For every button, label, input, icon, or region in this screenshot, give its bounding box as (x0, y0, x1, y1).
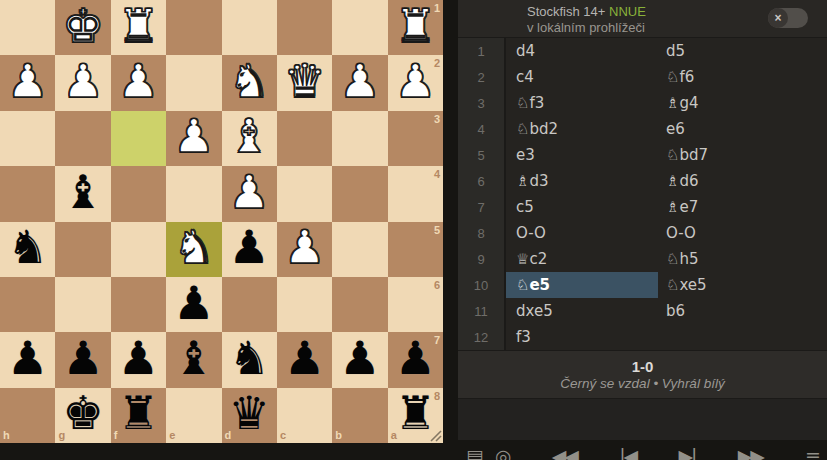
move-number: 11 (458, 298, 506, 324)
square-e4[interactable] (166, 166, 221, 221)
white-knight[interactable]: ♞ (229, 58, 270, 104)
square-h6[interactable] (0, 277, 55, 332)
analysis-panel: Stockfish 14+ NNUE v lokálním prohlížeči… (458, 0, 827, 440)
rank-label-1: 1 (434, 3, 440, 14)
move-number: 9 (458, 246, 506, 272)
black-king[interactable]: ♚ (62, 390, 103, 436)
white-knight[interactable]: ♞ (173, 224, 214, 270)
rank-label-6: 6 (434, 280, 440, 291)
move-white-3[interactable]: ♘f3 (506, 90, 658, 116)
engine-nnue-badge: NNUE (609, 4, 646, 19)
square-a3[interactable]: 3 (388, 111, 443, 166)
engine-header: Stockfish 14+ NNUE v lokálním prohlížeči… (458, 0, 827, 38)
white-pawn[interactable]: ♟ (62, 58, 103, 104)
result-status: Černý se vzdal • Vyhrál bílý (560, 376, 724, 391)
black-bishop[interactable]: ♝ (62, 169, 103, 215)
fast-forward-icon[interactable]: ▶▶ (738, 447, 763, 460)
square-d1[interactable] (222, 0, 277, 55)
move-number: 2 (458, 64, 506, 90)
rewind-icon[interactable]: ◀◀ (552, 447, 577, 460)
move-black-5[interactable]: ♘bd7 (658, 142, 827, 168)
black-bishop[interactable]: ♝ (173, 335, 214, 381)
square-g7[interactable]: ♟ (55, 332, 110, 387)
move-black-6[interactable]: ♗d6 (658, 168, 827, 194)
move-white-10[interactable]: ♘e5 (506, 272, 658, 298)
square-h1[interactable] (0, 0, 55, 55)
file-label-h: h (3, 430, 10, 441)
square-a2[interactable]: ♟2 (388, 55, 443, 110)
square-d3[interactable]: ♝ (222, 111, 277, 166)
square-f8[interactable]: ♜f (111, 388, 166, 443)
white-rook[interactable]: ♜ (395, 3, 436, 49)
close-icon: × (768, 8, 788, 28)
move-black-8[interactable]: O-O (658, 220, 827, 246)
engine-toggle[interactable]: × (768, 8, 808, 28)
engine-title-text: Stockfish 14+ (527, 4, 605, 19)
move-white-6[interactable]: ♗d3 (506, 168, 658, 194)
square-e6[interactable]: ♟ (166, 277, 221, 332)
square-h4[interactable] (0, 166, 55, 221)
white-bishop[interactable]: ♝ (229, 113, 270, 159)
square-g6[interactable] (55, 277, 110, 332)
white-pawn[interactable]: ♟ (284, 224, 325, 270)
square-b5[interactable] (332, 222, 387, 277)
square-g4[interactable]: ♝ (55, 166, 110, 221)
black-knight[interactable]: ♞ (7, 224, 48, 270)
move-white-2[interactable]: c4 (506, 64, 658, 90)
square-b6[interactable] (332, 277, 387, 332)
move-black-3[interactable]: ♗g4 (658, 90, 827, 116)
black-pawn[interactable]: ♟ (284, 335, 325, 381)
square-c6[interactable] (277, 277, 332, 332)
move-black-7[interactable]: ♗e7 (658, 194, 827, 220)
file-label-c: c (280, 430, 286, 441)
move-black-4[interactable]: e6 (658, 116, 827, 142)
step-forward-icon[interactable]: ▶| (678, 447, 695, 460)
board-editor-icon[interactable]: ▤ (466, 447, 482, 460)
square-b2[interactable]: ♟ (332, 55, 387, 110)
square-b8[interactable]: b (332, 388, 387, 443)
square-c4[interactable] (277, 166, 332, 221)
square-e1[interactable] (166, 0, 221, 55)
move-black-10[interactable]: ♘xe5 (658, 272, 827, 298)
move-number: 3 (458, 90, 506, 116)
move-number: 1 (458, 38, 506, 64)
square-f6[interactable] (111, 277, 166, 332)
black-knight[interactable]: ♞ (229, 335, 270, 381)
square-h5[interactable]: ♞ (0, 222, 55, 277)
square-f4[interactable] (111, 166, 166, 221)
square-d6[interactable] (222, 277, 277, 332)
move-white-9[interactable]: ♕c2 (506, 246, 658, 272)
square-a6[interactable]: 6 (388, 277, 443, 332)
square-g8[interactable]: ♚g (55, 388, 110, 443)
square-e5[interactable]: ♞ (166, 222, 221, 277)
square-a1[interactable]: ♜1 (388, 0, 443, 55)
rank-label-8: 8 (434, 391, 440, 402)
square-f1[interactable]: ♜ (111, 0, 166, 55)
move-number: 6 (458, 168, 506, 194)
white-pawn[interactable]: ♟ (173, 113, 214, 159)
square-b1[interactable] (332, 0, 387, 55)
move-white-4[interactable]: ♘bd2 (506, 116, 658, 142)
black-queen[interactable]: ♛ (229, 390, 270, 436)
white-pawn[interactable]: ♟ (395, 58, 436, 104)
move-white-5[interactable]: e3 (506, 142, 658, 168)
black-pawn[interactable]: ♟ (395, 335, 436, 381)
move-white-8[interactable]: O-O (506, 220, 658, 246)
move-list: 1d4d52c4♘f63♘f3♗g44♘bd2e65e3♘bd76♗d3♗d67… (458, 38, 827, 350)
move-number: 10 (458, 272, 506, 298)
black-pawn[interactable]: ♟ (62, 335, 103, 381)
square-g5[interactable] (55, 222, 110, 277)
settings-icon[interactable]: ◎ (495, 447, 510, 460)
rank-label-4: 4 (434, 169, 440, 180)
square-d8[interactable]: ♛d (222, 388, 277, 443)
rank-label-7: 7 (434, 335, 440, 346)
move-number: 12 (458, 324, 506, 350)
move-number: 7 (458, 194, 506, 220)
move-number: 8 (458, 220, 506, 246)
square-h2[interactable]: ♟ (0, 55, 55, 110)
chess-board[interactable]: ♚♜♜1♟♟♟♞♛♟♟2♟♝3♝♟4♞♞♟♟5♟6♟♟♟♝♞♟♟♟7h♚g♜fe… (0, 0, 443, 443)
white-king[interactable]: ♚ (62, 3, 103, 49)
square-g1[interactable]: ♚ (55, 0, 110, 55)
square-h7[interactable]: ♟ (0, 332, 55, 387)
square-b3[interactable] (332, 111, 387, 166)
black-pawn[interactable]: ♟ (339, 335, 380, 381)
square-a5[interactable]: 5 (388, 222, 443, 277)
move-black-1[interactable]: d5 (658, 38, 827, 64)
file-label-a: a (391, 430, 397, 441)
square-g2[interactable]: ♟ (55, 55, 110, 110)
file-label-d: d (225, 430, 232, 441)
rank-label-3: 3 (434, 114, 440, 125)
move-black-2[interactable]: ♘f6 (658, 64, 827, 90)
square-g3[interactable] (55, 111, 110, 166)
move-white-7[interactable]: c5 (506, 194, 658, 220)
square-e2[interactable] (166, 55, 221, 110)
square-d7[interactable]: ♞ (222, 332, 277, 387)
move-number: 5 (458, 142, 506, 168)
square-a7[interactable]: ♟7 (388, 332, 443, 387)
white-rook[interactable]: ♜ (118, 3, 159, 49)
square-c3[interactable] (277, 111, 332, 166)
white-pawn[interactable]: ♟ (7, 58, 48, 104)
square-h8[interactable]: h (0, 388, 55, 443)
square-c7[interactable]: ♟ (277, 332, 332, 387)
square-c8[interactable]: c (277, 388, 332, 443)
white-pawn[interactable]: ♟ (118, 58, 159, 104)
square-b7[interactable]: ♟ (332, 332, 387, 387)
square-d2[interactable]: ♞ (222, 55, 277, 110)
file-label-b: b (335, 430, 342, 441)
board-resize-handle[interactable] (428, 428, 442, 442)
square-c5[interactable]: ♟ (277, 222, 332, 277)
move-black-11[interactable]: b6 (658, 298, 827, 324)
move-number: 4 (458, 116, 506, 142)
white-pawn[interactable]: ♟ (229, 169, 270, 215)
square-c1[interactable] (277, 0, 332, 55)
black-pawn[interactable]: ♟ (173, 280, 214, 326)
square-e7[interactable]: ♝ (166, 332, 221, 387)
file-label-g: g (58, 430, 65, 441)
black-pawn[interactable]: ♟ (229, 224, 270, 270)
white-queen[interactable]: ♛ (284, 58, 325, 104)
square-e8[interactable]: e (166, 388, 221, 443)
square-b4[interactable] (332, 166, 387, 221)
file-label-f: f (114, 430, 118, 441)
square-f3[interactable] (111, 111, 166, 166)
explorer-area (458, 398, 827, 440)
square-f5[interactable] (111, 222, 166, 277)
move-white-1[interactable]: d4 (506, 38, 658, 64)
square-c2[interactable]: ♛ (277, 55, 332, 110)
step-back-icon[interactable]: |◀ (619, 447, 636, 460)
black-pawn[interactable]: ♟ (118, 335, 159, 381)
result-score: 1-0 (632, 358, 654, 375)
square-d4[interactable]: ♟ (222, 166, 277, 221)
square-e3[interactable]: ♟ (166, 111, 221, 166)
rank-label-2: 2 (434, 58, 440, 69)
move-black-9[interactable]: ♘h5 (658, 246, 827, 272)
result-block: 1-0 Černý se vzdal • Vyhrál bílý (458, 350, 827, 398)
move-black-12 (658, 324, 827, 350)
square-a4[interactable]: 4 (388, 166, 443, 221)
black-rook[interactable]: ♜ (118, 390, 159, 436)
square-f7[interactable]: ♟ (111, 332, 166, 387)
black-pawn[interactable]: ♟ (7, 335, 48, 381)
white-pawn[interactable]: ♟ (339, 58, 380, 104)
square-f2[interactable]: ♟ (111, 55, 166, 110)
square-h3[interactable] (0, 111, 55, 166)
move-white-12[interactable]: f3 (506, 324, 658, 350)
move-white-11[interactable]: dxe5 (506, 298, 658, 324)
file-label-e: e (169, 430, 175, 441)
control-bar: ▤◎◀◀|◀▶|▶▶≡ (458, 447, 827, 460)
menu-icon[interactable]: ≡ (805, 447, 819, 460)
square-d5[interactable]: ♟ (222, 222, 277, 277)
rank-label-5: 5 (434, 225, 440, 236)
